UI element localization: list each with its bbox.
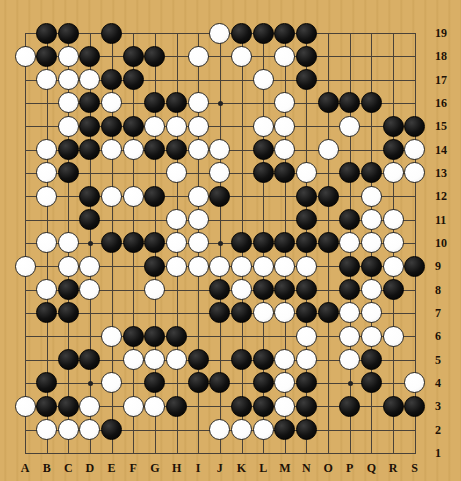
black-stone-R8[interactable] (383, 279, 404, 300)
black-stone-O16[interactable] (318, 92, 339, 113)
white-stone-J13[interactable] (209, 162, 230, 183)
white-stone-P10[interactable] (339, 232, 360, 253)
black-stone-G18[interactable] (144, 46, 165, 67)
col-label-S: S (405, 461, 425, 475)
white-stone-I14[interactable] (188, 139, 209, 160)
star-point (88, 241, 93, 246)
white-stone-B10[interactable] (36, 232, 57, 253)
black-stone-E10[interactable] (101, 232, 122, 253)
row-label-12: 12 (435, 189, 457, 203)
white-stone-C10[interactable] (58, 232, 79, 253)
white-stone-D2[interactable] (79, 419, 100, 440)
white-stone-A3[interactable] (15, 396, 36, 417)
col-label-Q: Q (361, 461, 381, 475)
white-stone-B8[interactable] (36, 279, 57, 300)
black-stone-K5[interactable] (231, 349, 252, 370)
white-stone-I15[interactable] (188, 116, 209, 137)
black-stone-B18[interactable] (36, 46, 57, 67)
col-label-F: F (123, 461, 143, 475)
white-stone-L15[interactable] (253, 116, 274, 137)
black-stone-P3[interactable] (339, 396, 360, 417)
black-stone-L10[interactable] (253, 232, 274, 253)
white-stone-R13[interactable] (383, 162, 404, 183)
white-stone-Q7[interactable] (361, 302, 382, 323)
black-stone-L13[interactable] (253, 162, 274, 183)
white-stone-Q10[interactable] (361, 232, 382, 253)
white-stone-H9[interactable] (166, 256, 187, 277)
row-label-9: 9 (435, 259, 457, 273)
white-stone-J9[interactable] (209, 256, 230, 277)
white-stone-I12[interactable] (188, 186, 209, 207)
star-point (88, 381, 93, 386)
black-stone-D16[interactable] (79, 92, 100, 113)
black-stone-R3[interactable] (383, 396, 404, 417)
white-stone-Q12[interactable] (361, 186, 382, 207)
black-stone-N8[interactable] (296, 279, 317, 300)
white-stone-C15[interactable] (58, 116, 79, 137)
row-label-15: 15 (435, 119, 457, 133)
black-stone-N18[interactable] (296, 46, 317, 67)
black-stone-M19[interactable] (274, 23, 295, 44)
white-stone-N6[interactable] (296, 326, 317, 347)
black-stone-F17[interactable] (123, 69, 144, 90)
black-stone-D18[interactable] (79, 46, 100, 67)
black-stone-Q5[interactable] (361, 349, 382, 370)
col-label-K: K (232, 461, 252, 475)
col-label-J: J (210, 461, 230, 475)
col-label-R: R (383, 461, 403, 475)
white-stone-F14[interactable] (123, 139, 144, 160)
col-label-E: E (102, 461, 122, 475)
white-stone-G5[interactable] (144, 349, 165, 370)
black-stone-N7[interactable] (296, 302, 317, 323)
white-stone-Q11[interactable] (361, 209, 382, 230)
black-stone-B7[interactable] (36, 302, 57, 323)
black-stone-M13[interactable] (274, 162, 295, 183)
black-stone-J4[interactable] (209, 372, 230, 393)
row-label-4: 4 (435, 376, 457, 390)
white-stone-R9[interactable] (383, 256, 404, 277)
col-label-O: O (318, 461, 338, 475)
star-point (218, 101, 223, 106)
white-stone-B13[interactable] (36, 162, 57, 183)
board-vertical-line (25, 33, 26, 454)
black-stone-H3[interactable] (166, 396, 187, 417)
black-stone-C8[interactable] (58, 279, 79, 300)
black-stone-C19[interactable] (58, 23, 79, 44)
white-stone-S4[interactable] (404, 372, 425, 393)
white-stone-G3[interactable] (144, 396, 165, 417)
white-stone-D17[interactable] (79, 69, 100, 90)
row-label-2: 2 (435, 423, 457, 437)
black-stone-C14[interactable] (58, 139, 79, 160)
white-stone-M4[interactable] (274, 372, 295, 393)
white-stone-K2[interactable] (231, 419, 252, 440)
black-stone-F18[interactable] (123, 46, 144, 67)
white-stone-S13[interactable] (404, 162, 425, 183)
black-stone-Q13[interactable] (361, 162, 382, 183)
white-stone-H13[interactable] (166, 162, 187, 183)
row-label-6: 6 (435, 329, 457, 343)
white-stone-G15[interactable] (144, 116, 165, 137)
black-stone-H14[interactable] (166, 139, 187, 160)
white-stone-J14[interactable] (209, 139, 230, 160)
white-stone-G8[interactable] (144, 279, 165, 300)
black-stone-D14[interactable] (79, 139, 100, 160)
white-stone-E12[interactable] (101, 186, 122, 207)
white-stone-S14[interactable] (404, 139, 425, 160)
go-game-screenshot: ABCDEFGHIJKLMNOPQRS191817161514131211109… (0, 0, 461, 481)
white-stone-L17[interactable] (253, 69, 274, 90)
black-stone-J7[interactable] (209, 302, 230, 323)
col-label-D: D (80, 461, 100, 475)
black-stone-L3[interactable] (253, 396, 274, 417)
black-stone-E15[interactable] (101, 116, 122, 137)
row-label-1: 1 (435, 446, 457, 460)
black-stone-D11[interactable] (79, 209, 100, 230)
star-point (348, 381, 353, 386)
white-stone-E14[interactable] (101, 139, 122, 160)
white-stone-C16[interactable] (58, 92, 79, 113)
black-stone-E19[interactable] (101, 23, 122, 44)
black-stone-G9[interactable] (144, 256, 165, 277)
row-label-14: 14 (435, 143, 457, 157)
white-stone-H11[interactable] (166, 209, 187, 230)
black-stone-G4[interactable] (144, 372, 165, 393)
black-stone-B19[interactable] (36, 23, 57, 44)
black-stone-B4[interactable] (36, 372, 57, 393)
black-stone-Q9[interactable] (361, 256, 382, 277)
black-stone-D15[interactable] (79, 116, 100, 137)
black-stone-O7[interactable] (318, 302, 339, 323)
white-stone-I16[interactable] (188, 92, 209, 113)
black-stone-G14[interactable] (144, 139, 165, 160)
col-label-N: N (296, 461, 316, 475)
white-stone-P15[interactable] (339, 116, 360, 137)
black-stone-N2[interactable] (296, 419, 317, 440)
black-stone-I5[interactable] (188, 349, 209, 370)
white-stone-C2[interactable] (58, 419, 79, 440)
black-stone-K19[interactable] (231, 23, 252, 44)
white-stone-P6[interactable] (339, 326, 360, 347)
black-stone-L19[interactable] (253, 23, 274, 44)
white-stone-F12[interactable] (123, 186, 144, 207)
white-stone-E4[interactable] (101, 372, 122, 393)
black-stone-G12[interactable] (144, 186, 165, 207)
black-stone-S15[interactable] (404, 116, 425, 137)
white-stone-D8[interactable] (79, 279, 100, 300)
white-stone-B14[interactable] (36, 139, 57, 160)
white-stone-F3[interactable] (123, 396, 144, 417)
col-label-P: P (340, 461, 360, 475)
white-stone-K9[interactable] (231, 256, 252, 277)
col-label-G: G (145, 461, 165, 475)
black-stone-J12[interactable] (209, 186, 230, 207)
white-stone-K18[interactable] (231, 46, 252, 67)
black-stone-I4[interactable] (188, 372, 209, 393)
col-label-I: I (188, 461, 208, 475)
black-stone-K7[interactable] (231, 302, 252, 323)
row-label-19: 19 (435, 26, 457, 40)
black-stone-L4[interactable] (253, 372, 274, 393)
white-stone-R11[interactable] (383, 209, 404, 230)
black-stone-G10[interactable] (144, 232, 165, 253)
white-stone-J2[interactable] (209, 419, 230, 440)
black-stone-P9[interactable] (339, 256, 360, 277)
black-stone-H6[interactable] (166, 326, 187, 347)
white-stone-I18[interactable] (188, 46, 209, 67)
white-stone-D9[interactable] (79, 256, 100, 277)
black-stone-C13[interactable] (58, 162, 79, 183)
white-stone-M3[interactable] (274, 396, 295, 417)
black-stone-F6[interactable] (123, 326, 144, 347)
black-stone-M2[interactable] (274, 419, 295, 440)
black-stone-J8[interactable] (209, 279, 230, 300)
black-stone-P11[interactable] (339, 209, 360, 230)
black-stone-N17[interactable] (296, 69, 317, 90)
black-stone-N4[interactable] (296, 372, 317, 393)
white-stone-J19[interactable] (209, 23, 230, 44)
row-label-16: 16 (435, 96, 457, 110)
white-stone-B17[interactable] (36, 69, 57, 90)
white-stone-C17[interactable] (58, 69, 79, 90)
white-stone-B12[interactable] (36, 186, 57, 207)
white-stone-I11[interactable] (188, 209, 209, 230)
white-stone-E16[interactable] (101, 92, 122, 113)
white-stone-M14[interactable] (274, 139, 295, 160)
black-stone-C5[interactable] (58, 349, 79, 370)
row-label-13: 13 (435, 166, 457, 180)
row-label-8: 8 (435, 283, 457, 297)
white-stone-M7[interactable] (274, 302, 295, 323)
row-label-5: 5 (435, 353, 457, 367)
black-stone-N3[interactable] (296, 396, 317, 417)
black-stone-M8[interactable] (274, 279, 295, 300)
col-label-A: A (15, 461, 35, 475)
col-label-C: C (58, 461, 78, 475)
black-stone-F10[interactable] (123, 232, 144, 253)
row-label-10: 10 (435, 236, 457, 250)
white-stone-L9[interactable] (253, 256, 274, 277)
white-stone-P5[interactable] (339, 349, 360, 370)
black-stone-D5[interactable] (79, 349, 100, 370)
black-stone-N19[interactable] (296, 23, 317, 44)
black-stone-G6[interactable] (144, 326, 165, 347)
black-stone-P16[interactable] (339, 92, 360, 113)
black-stone-H16[interactable] (166, 92, 187, 113)
white-stone-C18[interactable] (58, 46, 79, 67)
black-stone-Q4[interactable] (361, 372, 382, 393)
black-stone-C7[interactable] (58, 302, 79, 323)
white-stone-H5[interactable] (166, 349, 187, 370)
black-stone-O10[interactable] (318, 232, 339, 253)
go-board[interactable]: ABCDEFGHIJKLMNOPQRS191817161514131211109… (0, 0, 461, 481)
row-label-3: 3 (435, 399, 457, 413)
white-stone-H15[interactable] (166, 116, 187, 137)
white-stone-N5[interactable] (296, 349, 317, 370)
black-stone-L8[interactable] (253, 279, 274, 300)
white-stone-A9[interactable] (15, 256, 36, 277)
white-stone-R6[interactable] (383, 326, 404, 347)
black-stone-F15[interactable] (123, 116, 144, 137)
black-stone-L14[interactable] (253, 139, 274, 160)
white-stone-A18[interactable] (15, 46, 36, 67)
black-stone-P13[interactable] (339, 162, 360, 183)
white-stone-C9[interactable] (58, 256, 79, 277)
white-stone-B2[interactable] (36, 419, 57, 440)
row-label-17: 17 (435, 73, 457, 87)
white-stone-Q6[interactable] (361, 326, 382, 347)
white-stone-M9[interactable] (274, 256, 295, 277)
white-stone-M16[interactable] (274, 92, 295, 113)
row-label-11: 11 (435, 213, 457, 227)
col-label-B: B (37, 461, 57, 475)
white-stone-P7[interactable] (339, 302, 360, 323)
black-stone-O12[interactable] (318, 186, 339, 207)
white-stone-I9[interactable] (188, 256, 209, 277)
black-stone-N11[interactable] (296, 209, 317, 230)
white-stone-O14[interactable] (318, 139, 339, 160)
white-stone-M15[interactable] (274, 116, 295, 137)
white-stone-L2[interactable] (253, 419, 274, 440)
white-stone-R10[interactable] (383, 232, 404, 253)
col-label-H: H (167, 461, 187, 475)
black-stone-K10[interactable] (231, 232, 252, 253)
white-stone-L7[interactable] (253, 302, 274, 323)
black-stone-C3[interactable] (58, 396, 79, 417)
white-stone-D3[interactable] (79, 396, 100, 417)
black-stone-D12[interactable] (79, 186, 100, 207)
black-stone-Q16[interactable] (361, 92, 382, 113)
black-stone-B3[interactable] (36, 396, 57, 417)
white-stone-F5[interactable] (123, 349, 144, 370)
white-stone-H10[interactable] (166, 232, 187, 253)
black-stone-M10[interactable] (274, 232, 295, 253)
col-label-L: L (253, 461, 273, 475)
star-point (218, 241, 223, 246)
row-label-7: 7 (435, 306, 457, 320)
white-stone-M5[interactable] (274, 349, 295, 370)
black-stone-E17[interactable] (101, 69, 122, 90)
black-stone-P8[interactable] (339, 279, 360, 300)
white-stone-Q8[interactable] (361, 279, 382, 300)
white-stone-E6[interactable] (101, 326, 122, 347)
black-stone-E2[interactable] (101, 419, 122, 440)
white-stone-K8[interactable] (231, 279, 252, 300)
white-stone-N13[interactable] (296, 162, 317, 183)
black-stone-G16[interactable] (144, 92, 165, 113)
black-stone-L5[interactable] (253, 349, 274, 370)
black-stone-K3[interactable] (231, 396, 252, 417)
col-label-M: M (275, 461, 295, 475)
black-stone-S3[interactable] (404, 396, 425, 417)
white-stone-M18[interactable] (274, 46, 295, 67)
black-stone-R14[interactable] (383, 139, 404, 160)
white-stone-N9[interactable] (296, 256, 317, 277)
black-stone-N10[interactable] (296, 232, 317, 253)
black-stone-N12[interactable] (296, 186, 317, 207)
white-stone-I10[interactable] (188, 232, 209, 253)
black-stone-S9[interactable] (404, 256, 425, 277)
row-label-18: 18 (435, 49, 457, 63)
black-stone-R15[interactable] (383, 116, 404, 137)
